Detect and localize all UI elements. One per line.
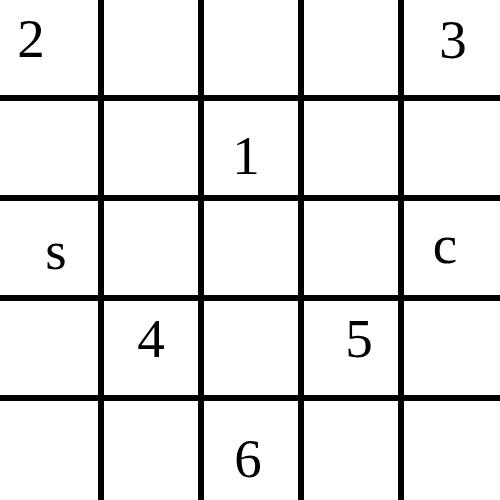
cell-label: 5 bbox=[345, 311, 373, 366]
cell-r2c3[interactable]: 1 bbox=[200, 100, 300, 200]
cell-r4c2[interactable]: 4 bbox=[100, 300, 200, 400]
cell-r1c3[interactable] bbox=[200, 0, 300, 100]
cell-label: s bbox=[45, 223, 66, 278]
cell-r4c1[interactable] bbox=[0, 300, 100, 400]
cell-r2c5[interactable] bbox=[400, 100, 500, 200]
cell-r4c3[interactable] bbox=[200, 300, 300, 400]
cell-r1c1[interactable]: 2 bbox=[0, 0, 100, 100]
grid-line-vertical-4 bbox=[398, 0, 404, 500]
cell-r3c1[interactable]: s bbox=[0, 200, 100, 300]
grid-line-vertical-1 bbox=[98, 0, 104, 500]
puzzle-board: 2 3 1 s c 4 5 6 bbox=[0, 0, 500, 500]
cell-r5c1[interactable] bbox=[0, 400, 100, 500]
cell-label: 4 bbox=[137, 311, 165, 366]
grid-line-vertical-3 bbox=[298, 0, 304, 500]
cell-r4c4[interactable]: 5 bbox=[300, 300, 400, 400]
cell-r2c1[interactable] bbox=[0, 100, 100, 200]
cell-r3c3[interactable] bbox=[200, 200, 300, 300]
cell-r5c5[interactable] bbox=[400, 400, 500, 500]
cell-label: 2 bbox=[17, 11, 45, 66]
cell-r2c2[interactable] bbox=[100, 100, 200, 200]
cell-r3c2[interactable] bbox=[100, 200, 200, 300]
cell-label: 1 bbox=[232, 128, 260, 183]
cell-r5c4[interactable] bbox=[300, 400, 400, 500]
cell-r1c4[interactable] bbox=[300, 0, 400, 100]
cell-r3c5[interactable]: c bbox=[400, 200, 500, 300]
grid-line-horizontal-4 bbox=[0, 395, 500, 401]
grid-line-vertical-2 bbox=[198, 0, 204, 500]
cell-r3c4[interactable] bbox=[300, 200, 400, 300]
cell-r2c4[interactable] bbox=[300, 100, 400, 200]
grid: 2 3 1 s c 4 5 6 bbox=[0, 0, 500, 500]
cell-label: c bbox=[433, 217, 457, 272]
cell-label: 3 bbox=[439, 12, 467, 67]
cell-r4c5[interactable] bbox=[400, 300, 500, 400]
cell-r5c2[interactable] bbox=[100, 400, 200, 500]
cell-label: 6 bbox=[234, 431, 262, 486]
grid-line-horizontal-2 bbox=[0, 195, 500, 201]
cell-r5c3[interactable]: 6 bbox=[200, 400, 300, 500]
grid-line-horizontal-3 bbox=[0, 295, 500, 301]
cell-r1c2[interactable] bbox=[100, 0, 200, 100]
grid-line-horizontal-1 bbox=[0, 95, 500, 101]
cell-r1c5[interactable]: 3 bbox=[400, 0, 500, 100]
